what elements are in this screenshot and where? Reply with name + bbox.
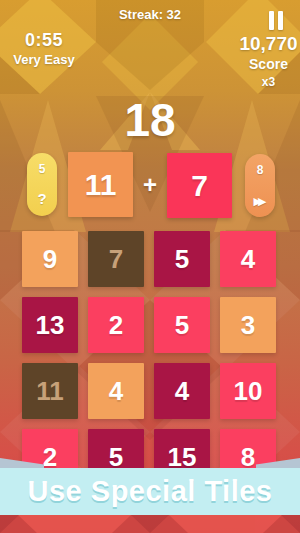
- difficulty-label: Very Easy: [0, 52, 88, 67]
- special-tile-mystery[interactable]: 5 ?: [27, 153, 57, 216]
- grid-tile[interactable]: 4: [220, 231, 276, 287]
- pause-icon: [269, 11, 274, 30]
- use-special-tiles-banner: Use Special Tiles: [0, 456, 300, 518]
- grid-tile[interactable]: 13: [22, 297, 78, 353]
- grid-tile[interactable]: 10: [220, 363, 276, 419]
- grid-tile[interactable]: 3: [220, 297, 276, 353]
- grid-tile[interactable]: 4: [88, 363, 144, 419]
- skip-count: 8: [257, 163, 264, 177]
- question-mark-icon: ?: [37, 190, 46, 207]
- pause-button[interactable]: [269, 11, 285, 30]
- special-tile-skip[interactable]: 8 ▶▶: [245, 154, 275, 217]
- fast-forward-icon: ▶▶: [254, 195, 267, 208]
- grid-tile[interactable]: 2: [88, 297, 144, 353]
- score-multiplier: x3: [237, 75, 300, 89]
- score-value: 10,770: [237, 33, 300, 55]
- timer-value: 0:55: [0, 30, 88, 51]
- grid-tile[interactable]: 5: [154, 231, 210, 287]
- equation-left-operand[interactable]: 11: [68, 152, 133, 217]
- grid-tile[interactable]: 5: [154, 297, 210, 353]
- grid-tile[interactable]: 4: [154, 363, 210, 419]
- grid-tile[interactable]: 7: [88, 231, 144, 287]
- equation-right-operand[interactable]: 7: [167, 153, 232, 218]
- equation-right-value: 7: [191, 169, 208, 203]
- score-panel: 10,770 Score x3: [237, 33, 300, 89]
- pause-icon: [278, 11, 283, 30]
- mystery-count: 5: [39, 162, 46, 176]
- timer-panel: 0:55 Very Easy: [0, 30, 88, 67]
- grid-tile[interactable]: 9: [22, 231, 78, 287]
- streak-label: Streak: 32: [0, 7, 300, 22]
- score-label: Score: [237, 56, 300, 72]
- banner-message: Use Special Tiles: [28, 475, 273, 508]
- game-screen: Streak: 32 0:55 Very Easy 10,770 Score x…: [0, 0, 300, 533]
- equation-left-value: 11: [85, 168, 117, 202]
- grid-tile[interactable]: 11: [22, 363, 78, 419]
- target-number: 18: [0, 93, 300, 147]
- plus-operator: +: [133, 152, 167, 217]
- number-grid: 9 7 5 4 13 2 5 3 11 4 4 10 2 5 15 8: [22, 231, 276, 485]
- ribbon-band: Use Special Tiles: [0, 468, 300, 515]
